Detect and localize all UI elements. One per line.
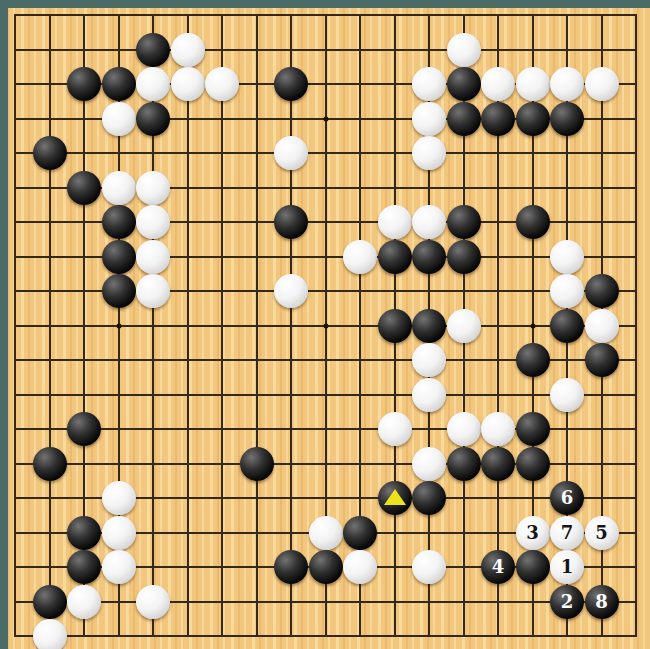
black-stone bbox=[136, 102, 170, 136]
white-stone bbox=[136, 274, 170, 308]
black-stone bbox=[447, 67, 481, 101]
grid-line-horizontal bbox=[14, 601, 637, 603]
black-stone bbox=[67, 550, 101, 584]
star-point bbox=[323, 323, 328, 328]
black-stone bbox=[550, 102, 584, 136]
white-stone bbox=[102, 516, 136, 550]
white-stone bbox=[412, 550, 446, 584]
black-stone bbox=[343, 516, 377, 550]
white-stone: 3 bbox=[516, 516, 550, 550]
black-stone bbox=[33, 136, 67, 170]
black-stone bbox=[378, 309, 412, 343]
move-number: 6 bbox=[561, 489, 574, 507]
white-stone bbox=[136, 171, 170, 205]
black-stone bbox=[67, 516, 101, 550]
black-stone: 2 bbox=[550, 585, 584, 619]
white-stone bbox=[343, 240, 377, 274]
white-stone bbox=[550, 67, 584, 101]
white-stone bbox=[412, 67, 446, 101]
white-stone bbox=[550, 274, 584, 308]
black-stone bbox=[516, 447, 550, 481]
white-stone: 1 bbox=[550, 550, 584, 584]
white-stone bbox=[412, 343, 446, 377]
star-point bbox=[530, 323, 535, 328]
black-stone bbox=[274, 205, 308, 239]
white-stone bbox=[550, 240, 584, 274]
white-stone bbox=[274, 136, 308, 170]
black-stone bbox=[447, 447, 481, 481]
black-stone bbox=[309, 550, 343, 584]
black-stone bbox=[136, 33, 170, 67]
black-stone bbox=[447, 240, 481, 274]
black-stone bbox=[585, 343, 619, 377]
white-stone bbox=[412, 102, 446, 136]
black-stone bbox=[378, 240, 412, 274]
white-stone bbox=[136, 585, 170, 619]
black-stone bbox=[516, 550, 550, 584]
white-stone bbox=[33, 619, 67, 649]
black-stone bbox=[67, 412, 101, 446]
white-stone bbox=[102, 481, 136, 515]
white-stone bbox=[585, 309, 619, 343]
move-number: 5 bbox=[595, 524, 608, 542]
white-stone bbox=[412, 447, 446, 481]
black-stone bbox=[412, 240, 446, 274]
black-stone bbox=[516, 102, 550, 136]
white-stone bbox=[171, 33, 205, 67]
black-stone bbox=[102, 205, 136, 239]
move-number: 8 bbox=[595, 593, 608, 611]
black-stone bbox=[240, 447, 274, 481]
move-number: 7 bbox=[561, 524, 574, 542]
black-stone bbox=[516, 343, 550, 377]
black-stone bbox=[516, 412, 550, 446]
white-stone bbox=[447, 412, 481, 446]
move-number: 4 bbox=[492, 558, 505, 576]
black-stone bbox=[550, 309, 584, 343]
white-stone bbox=[447, 309, 481, 343]
white-stone bbox=[102, 102, 136, 136]
grid-line-vertical bbox=[635, 14, 637, 637]
white-stone bbox=[447, 33, 481, 67]
black-stone bbox=[412, 481, 446, 515]
white-stone bbox=[378, 205, 412, 239]
white-stone bbox=[205, 67, 239, 101]
white-stone bbox=[550, 378, 584, 412]
black-stone bbox=[274, 67, 308, 101]
black-stone bbox=[481, 102, 515, 136]
white-stone bbox=[481, 412, 515, 446]
triangle-marker bbox=[384, 489, 406, 505]
black-stone bbox=[516, 205, 550, 239]
white-stone bbox=[309, 516, 343, 550]
white-stone bbox=[378, 412, 412, 446]
star-point bbox=[116, 323, 121, 328]
black-stone bbox=[481, 447, 515, 481]
grid-line-horizontal bbox=[14, 635, 637, 637]
white-stone bbox=[171, 67, 205, 101]
black-stone bbox=[33, 447, 67, 481]
black-stone bbox=[102, 274, 136, 308]
black-stone bbox=[585, 274, 619, 308]
black-stone bbox=[412, 309, 446, 343]
star-point bbox=[323, 116, 328, 121]
go-board[interactable]: 63754128 bbox=[0, 0, 650, 649]
black-stone bbox=[102, 67, 136, 101]
window-frame-left bbox=[0, 0, 8, 649]
black-stone bbox=[102, 240, 136, 274]
white-stone bbox=[274, 274, 308, 308]
white-stone bbox=[136, 240, 170, 274]
white-stone bbox=[343, 550, 377, 584]
black-stone bbox=[447, 102, 481, 136]
window-frame-top bbox=[0, 0, 650, 8]
white-stone bbox=[585, 67, 619, 101]
grid-line-horizontal bbox=[14, 394, 637, 396]
white-stone bbox=[102, 171, 136, 205]
black-stone: 8 bbox=[585, 585, 619, 619]
white-stone bbox=[412, 136, 446, 170]
black-stone bbox=[33, 585, 67, 619]
black-stone bbox=[67, 171, 101, 205]
black-stone bbox=[447, 205, 481, 239]
white-stone bbox=[481, 67, 515, 101]
white-stone: 5 bbox=[585, 516, 619, 550]
white-stone bbox=[412, 205, 446, 239]
move-number: 1 bbox=[561, 558, 574, 576]
black-stone bbox=[67, 67, 101, 101]
black-stone: 4 bbox=[481, 550, 515, 584]
move-number: 3 bbox=[526, 524, 539, 542]
black-stone bbox=[274, 550, 308, 584]
white-stone bbox=[136, 67, 170, 101]
white-stone bbox=[136, 205, 170, 239]
white-stone: 7 bbox=[550, 516, 584, 550]
move-number: 2 bbox=[561, 593, 574, 611]
white-stone bbox=[102, 550, 136, 584]
white-stone bbox=[516, 67, 550, 101]
black-stone: 6 bbox=[550, 481, 584, 515]
white-stone bbox=[412, 378, 446, 412]
white-stone bbox=[67, 585, 101, 619]
black-stone bbox=[378, 481, 412, 515]
